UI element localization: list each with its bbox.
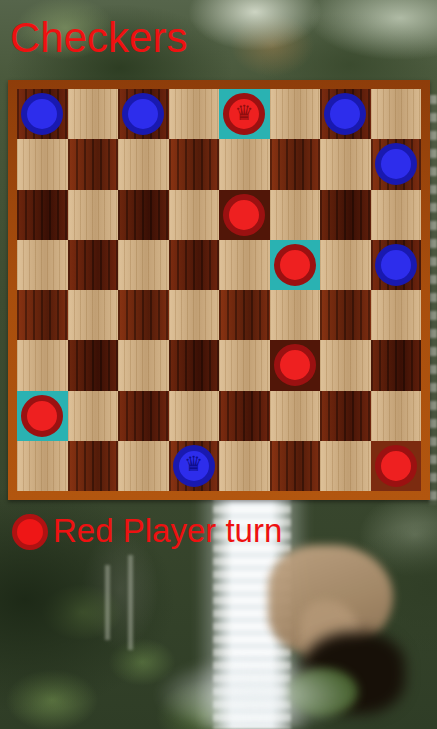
blue-piece[interactable] <box>21 93 63 135</box>
square-r1c2[interactable] <box>118 139 169 189</box>
square-r5c4[interactable] <box>219 340 270 390</box>
square-r0c3[interactable] <box>169 89 220 139</box>
blue-piece[interactable] <box>122 93 164 135</box>
blue-piece[interactable] <box>375 143 417 185</box>
crown-icon: ♛ <box>184 454 203 475</box>
square-r6c5[interactable] <box>270 391 321 441</box>
square-r4c4[interactable] <box>219 290 270 340</box>
square-r2c7[interactable] <box>371 190 422 240</box>
blue-piece[interactable] <box>324 93 366 135</box>
square-r6c0[interactable] <box>17 391 68 441</box>
square-r4c1[interactable] <box>68 290 119 340</box>
square-r5c0[interactable] <box>17 340 68 390</box>
square-r7c2[interactable] <box>118 441 169 491</box>
square-r2c4[interactable] <box>219 190 270 240</box>
red-piece[interactable] <box>223 194 265 236</box>
square-r4c2[interactable] <box>118 290 169 340</box>
square-r3c3[interactable] <box>169 240 220 290</box>
vine-branch <box>128 555 133 650</box>
square-r1c5[interactable] <box>270 139 321 189</box>
square-r2c0[interactable] <box>17 190 68 240</box>
red-piece[interactable] <box>21 395 63 437</box>
square-r1c1[interactable] <box>68 139 119 189</box>
square-r1c3[interactable] <box>169 139 220 189</box>
square-r3c0[interactable] <box>17 240 68 290</box>
square-r7c5[interactable] <box>270 441 321 491</box>
square-r0c5[interactable] <box>270 89 321 139</box>
blue-king-piece[interactable]: ♛ <box>173 445 215 487</box>
square-r2c5[interactable] <box>270 190 321 240</box>
square-r3c7[interactable] <box>371 240 422 290</box>
square-r6c3[interactable] <box>169 391 220 441</box>
page-title: Checkers <box>10 14 187 62</box>
square-r2c3[interactable] <box>169 190 220 240</box>
square-r4c3[interactable] <box>169 290 220 340</box>
square-r6c6[interactable] <box>320 391 371 441</box>
square-r7c7[interactable] <box>371 441 422 491</box>
square-r0c0[interactable] <box>17 89 68 139</box>
square-r5c5[interactable] <box>270 340 321 390</box>
square-r7c6[interactable] <box>320 441 371 491</box>
square-r7c4[interactable] <box>219 441 270 491</box>
branch-sliver <box>429 95 437 505</box>
square-r4c0[interactable] <box>17 290 68 340</box>
square-r1c6[interactable] <box>320 139 371 189</box>
square-r3c5[interactable] <box>270 240 321 290</box>
vine-branch <box>105 565 110 640</box>
square-r1c4[interactable] <box>219 139 270 189</box>
square-r6c4[interactable] <box>219 391 270 441</box>
square-r2c2[interactable] <box>118 190 169 240</box>
square-r2c1[interactable] <box>68 190 119 240</box>
turn-status-label: Red Player turn <box>53 512 282 550</box>
checkers-board: ♛♛ <box>8 80 430 500</box>
square-r6c7[interactable] <box>371 391 422 441</box>
square-r0c2[interactable] <box>118 89 169 139</box>
square-r4c5[interactable] <box>270 290 321 340</box>
red-piece[interactable] <box>375 445 417 487</box>
square-r0c4[interactable]: ♛ <box>219 89 270 139</box>
square-r4c7[interactable] <box>371 290 422 340</box>
square-r6c1[interactable] <box>68 391 119 441</box>
square-r5c1[interactable] <box>68 340 119 390</box>
board-grid: ♛♛ <box>17 89 421 491</box>
square-r3c4[interactable] <box>219 240 270 290</box>
blue-piece[interactable] <box>375 244 417 286</box>
square-r0c1[interactable] <box>68 89 119 139</box>
red-piece-turn-indicator <box>12 514 48 550</box>
red-piece[interactable] <box>274 344 316 386</box>
square-r5c3[interactable] <box>169 340 220 390</box>
red-piece[interactable] <box>274 244 316 286</box>
waterfall-mist <box>155 655 355 729</box>
square-r1c0[interactable] <box>17 139 68 189</box>
square-r7c1[interactable] <box>68 441 119 491</box>
square-r3c6[interactable] <box>320 240 371 290</box>
square-r2c6[interactable] <box>320 190 371 240</box>
square-r3c1[interactable] <box>68 240 119 290</box>
app-screen: Checkers ♛♛ Red Player turn <box>0 0 437 729</box>
square-r6c2[interactable] <box>118 391 169 441</box>
square-r1c7[interactable] <box>371 139 422 189</box>
crown-icon: ♛ <box>235 103 254 124</box>
square-r5c2[interactable] <box>118 340 169 390</box>
red-king-piece[interactable]: ♛ <box>223 93 265 135</box>
square-r7c0[interactable] <box>17 441 68 491</box>
square-r0c6[interactable] <box>320 89 371 139</box>
square-r0c7[interactable] <box>371 89 422 139</box>
square-r3c2[interactable] <box>118 240 169 290</box>
square-r7c3[interactable]: ♛ <box>169 441 220 491</box>
square-r5c7[interactable] <box>371 340 422 390</box>
square-r4c6[interactable] <box>320 290 371 340</box>
square-r5c6[interactable] <box>320 340 371 390</box>
